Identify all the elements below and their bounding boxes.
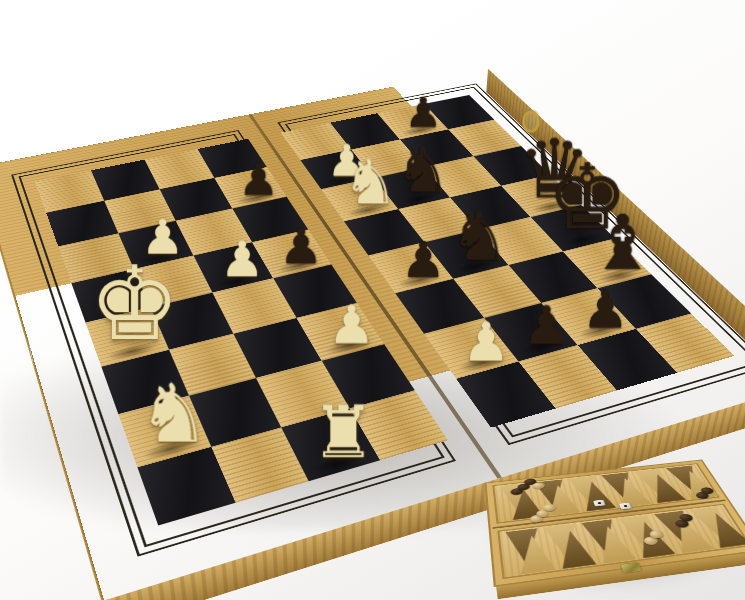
backgammon-point xyxy=(663,515,716,553)
backgammon-point xyxy=(590,524,639,564)
black-knight[interactable]: ♞ xyxy=(450,203,510,270)
backgammon-point xyxy=(513,533,558,574)
backgammon-point xyxy=(652,510,703,547)
black-pawn[interactable]: ♟ xyxy=(523,298,571,351)
backgammon-point xyxy=(642,473,688,504)
backgammon-point xyxy=(674,469,721,499)
white-pawn[interactable]: ♟ xyxy=(462,314,510,368)
backgammon-point xyxy=(609,476,653,507)
backgammon-point xyxy=(503,528,546,568)
black-bishop[interactable]: ♝ xyxy=(589,204,657,280)
white-knight[interactable]: ♞ xyxy=(137,374,209,455)
backgammon-point xyxy=(541,523,587,562)
black-pawn[interactable]: ♟ xyxy=(582,283,629,335)
backgammon-box xyxy=(486,460,745,585)
white-pawn[interactable]: ♟ xyxy=(220,235,264,284)
backgammon-point xyxy=(541,483,582,515)
scene: ♟♟♟♟♞♞♟♟♛♚♟♞♚♟♝♞♟♟♟♜ xyxy=(0,0,745,600)
backgammon-point xyxy=(507,487,546,520)
backgammon-point xyxy=(576,480,619,512)
white-pawn[interactable]: ♟ xyxy=(328,298,376,351)
backgammon-point xyxy=(579,519,627,558)
backgammon-point xyxy=(699,511,745,548)
black-pawn[interactable]: ♟ xyxy=(280,221,324,270)
backgammon-point xyxy=(552,529,599,569)
white-rook[interactable]: ♜ xyxy=(311,397,375,469)
white-king[interactable]: ♚ xyxy=(89,254,181,356)
black-pawn[interactable]: ♟ xyxy=(401,235,445,284)
